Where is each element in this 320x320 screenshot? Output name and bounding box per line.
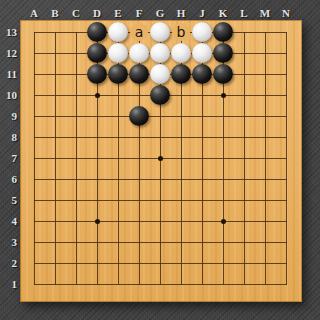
white-stone-G13 (150, 22, 170, 42)
white-stone-H12 (171, 43, 191, 63)
black-stone-D12 (87, 43, 107, 63)
row-label-12: 12 (0, 47, 17, 60)
point-label-b[interactable]: b (172, 23, 190, 41)
row-label-8: 8 (0, 131, 17, 144)
star-point-D10 (95, 93, 100, 98)
column-label-C: C (66, 7, 86, 20)
black-stone-D13 (87, 22, 107, 42)
column-label-H: H (171, 7, 191, 20)
go-board[interactable]: ab (20, 20, 302, 302)
row-label-9: 9 (0, 110, 17, 123)
row-label-4: 4 (0, 215, 17, 228)
white-stone-G12 (150, 43, 170, 63)
black-stone-F11 (129, 64, 149, 84)
scene: ab ABCDEFGHJKLMN13121110987654321 (0, 0, 320, 320)
column-label-K: K (213, 7, 233, 20)
white-stone-E13 (108, 22, 128, 42)
black-stone-H11 (171, 64, 191, 84)
white-stone-J12 (192, 43, 212, 63)
row-label-5: 5 (0, 194, 17, 207)
black-stone-G10 (150, 85, 170, 105)
black-stone-D11 (87, 64, 107, 84)
star-point-D4 (95, 219, 100, 224)
column-label-G: G (150, 7, 170, 20)
column-label-M: M (255, 7, 275, 20)
row-label-11: 11 (0, 68, 17, 81)
white-stone-F12 (129, 43, 149, 63)
black-stone-F9 (129, 106, 149, 126)
point-label-a[interactable]: a (130, 23, 148, 41)
row-label-6: 6 (0, 173, 17, 186)
black-stone-K11 (213, 64, 233, 84)
row-label-3: 3 (0, 236, 17, 249)
black-stone-K13 (213, 22, 233, 42)
white-stone-J13 (192, 22, 212, 42)
star-point-G7 (158, 156, 163, 161)
column-label-J: J (192, 7, 212, 20)
white-stone-E12 (108, 43, 128, 63)
column-label-N: N (276, 7, 296, 20)
column-label-B: B (45, 7, 65, 20)
black-stone-E11 (108, 64, 128, 84)
row-label-13: 13 (0, 26, 17, 39)
row-label-1: 1 (0, 278, 17, 291)
row-label-7: 7 (0, 152, 17, 165)
column-label-L: L (234, 7, 254, 20)
column-label-F: F (129, 7, 149, 20)
column-label-A: A (24, 7, 44, 20)
black-stone-J11 (192, 64, 212, 84)
star-point-K10 (221, 93, 226, 98)
column-label-D: D (87, 7, 107, 20)
row-label-2: 2 (0, 257, 17, 270)
star-point-K4 (221, 219, 226, 224)
white-stone-G11 (150, 64, 170, 84)
column-label-E: E (108, 7, 128, 20)
black-stone-K12 (213, 43, 233, 63)
row-label-10: 10 (0, 89, 17, 102)
